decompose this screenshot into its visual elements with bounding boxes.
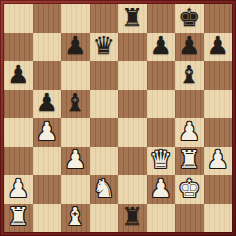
square-b6[interactable] (33, 61, 62, 90)
square-h3[interactable]: ♟ (204, 147, 233, 176)
square-c3[interactable]: ♟ (61, 147, 90, 176)
square-e8[interactable]: ♜ (118, 4, 147, 33)
square-g7[interactable]: ♟ (175, 33, 204, 62)
piece-black-pawn[interactable]: ♟ (207, 33, 229, 58)
square-c1[interactable]: ♝ (61, 204, 90, 233)
square-f7[interactable]: ♟ (147, 33, 176, 62)
square-c2[interactable] (61, 175, 90, 204)
piece-white-pawn[interactable]: ♟ (178, 119, 200, 144)
board-frame: ♜♚♟♛♟♟♟♟♝♟♝♟♟♟♛♜♟♟♞♟♚♜♝♜ (0, 0, 236, 236)
square-h4[interactable] (204, 118, 233, 147)
square-b5[interactable]: ♟ (33, 90, 62, 119)
square-h2[interactable] (204, 175, 233, 204)
piece-black-pawn[interactable]: ♟ (150, 33, 172, 58)
square-f5[interactable] (147, 90, 176, 119)
square-a8[interactable] (4, 4, 33, 33)
piece-black-bishop[interactable]: ♝ (178, 62, 200, 87)
square-h5[interactable] (204, 90, 233, 119)
piece-white-pawn[interactable]: ♟ (36, 119, 58, 144)
square-a5[interactable] (4, 90, 33, 119)
square-e5[interactable] (118, 90, 147, 119)
square-f2[interactable]: ♟ (147, 175, 176, 204)
square-d3[interactable] (90, 147, 119, 176)
square-a2[interactable]: ♟ (4, 175, 33, 204)
square-e4[interactable] (118, 118, 147, 147)
square-g3[interactable]: ♜ (175, 147, 204, 176)
square-b2[interactable] (33, 175, 62, 204)
square-g6[interactable]: ♝ (175, 61, 204, 90)
square-a6[interactable]: ♟ (4, 61, 33, 90)
square-e6[interactable] (118, 61, 147, 90)
square-c5[interactable]: ♝ (61, 90, 90, 119)
square-d8[interactable] (90, 4, 119, 33)
square-b4[interactable]: ♟ (33, 118, 62, 147)
square-a4[interactable] (4, 118, 33, 147)
square-b7[interactable] (33, 33, 62, 62)
board: ♜♚♟♛♟♟♟♟♝♟♝♟♟♟♛♜♟♟♞♟♚♜♝♜ (4, 4, 232, 232)
square-a3[interactable] (4, 147, 33, 176)
square-g1[interactable] (175, 204, 204, 233)
square-d2[interactable]: ♞ (90, 175, 119, 204)
square-f8[interactable] (147, 4, 176, 33)
square-c7[interactable]: ♟ (61, 33, 90, 62)
piece-black-pawn[interactable]: ♟ (64, 33, 86, 58)
square-b1[interactable] (33, 204, 62, 233)
piece-black-pawn[interactable]: ♟ (178, 33, 200, 58)
piece-black-queen[interactable]: ♛ (93, 33, 115, 58)
square-e2[interactable] (118, 175, 147, 204)
square-e3[interactable] (118, 147, 147, 176)
square-c4[interactable] (61, 118, 90, 147)
piece-white-rook[interactable]: ♜ (178, 147, 200, 172)
square-c8[interactable] (61, 4, 90, 33)
square-a7[interactable] (4, 33, 33, 62)
square-f6[interactable] (147, 61, 176, 90)
square-g8[interactable]: ♚ (175, 4, 204, 33)
piece-white-knight[interactable]: ♞ (93, 176, 115, 201)
square-e1[interactable]: ♜ (118, 204, 147, 233)
piece-black-rook[interactable]: ♜ (121, 204, 143, 229)
square-h7[interactable]: ♟ (204, 33, 233, 62)
square-f1[interactable] (147, 204, 176, 233)
piece-white-bishop[interactable]: ♝ (64, 204, 86, 229)
square-h1[interactable] (204, 204, 233, 233)
piece-white-pawn[interactable]: ♟ (7, 176, 29, 201)
piece-white-king[interactable]: ♚ (178, 176, 200, 201)
square-h6[interactable] (204, 61, 233, 90)
piece-white-queen[interactable]: ♛ (150, 147, 172, 172)
piece-white-rook[interactable]: ♜ (7, 204, 29, 229)
square-g5[interactable] (175, 90, 204, 119)
piece-white-pawn[interactable]: ♟ (64, 147, 86, 172)
square-g2[interactable]: ♚ (175, 175, 204, 204)
square-e7[interactable] (118, 33, 147, 62)
piece-white-pawn[interactable]: ♟ (207, 147, 229, 172)
square-b3[interactable] (33, 147, 62, 176)
square-b8[interactable] (33, 4, 62, 33)
piece-black-pawn[interactable]: ♟ (36, 90, 58, 115)
square-f3[interactable]: ♛ (147, 147, 176, 176)
square-h8[interactable] (204, 4, 233, 33)
piece-white-pawn[interactable]: ♟ (150, 176, 172, 201)
square-f4[interactable] (147, 118, 176, 147)
piece-black-bishop[interactable]: ♝ (64, 90, 86, 115)
square-g4[interactable]: ♟ (175, 118, 204, 147)
piece-black-pawn[interactable]: ♟ (7, 62, 29, 87)
square-d6[interactable] (90, 61, 119, 90)
piece-black-rook[interactable]: ♜ (121, 5, 143, 30)
square-c6[interactable] (61, 61, 90, 90)
square-d5[interactable] (90, 90, 119, 119)
piece-black-king[interactable]: ♚ (178, 5, 200, 30)
square-d1[interactable] (90, 204, 119, 233)
square-d7[interactable]: ♛ (90, 33, 119, 62)
square-a1[interactable]: ♜ (4, 204, 33, 233)
square-d4[interactable] (90, 118, 119, 147)
